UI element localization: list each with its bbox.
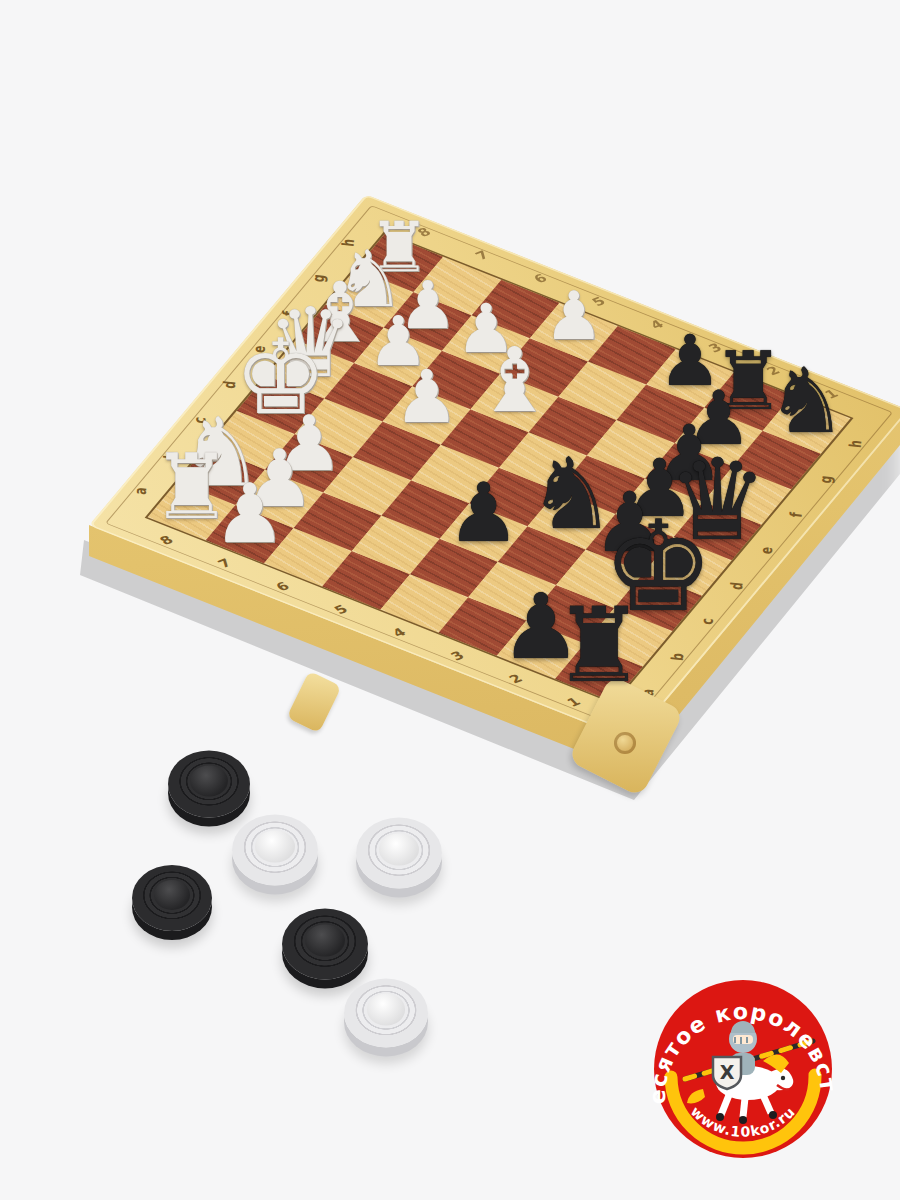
piece-white-pawn-a7: ♟ (213, 473, 286, 555)
piece-black-knight-h1: ♞ (766, 357, 846, 447)
piece-black-pawn-c4: ♟ (447, 472, 520, 554)
shield-letter: Х (720, 1061, 735, 1083)
brand-logo: Х Десятое королевство www.10kor.ru (651, 977, 835, 1161)
piece-white-pawn-e6: ♟ (394, 362, 459, 435)
piece-black-rook-a1: ♜ (553, 594, 646, 697)
piece-white-bishop-f5: ♝ (474, 336, 554, 425)
